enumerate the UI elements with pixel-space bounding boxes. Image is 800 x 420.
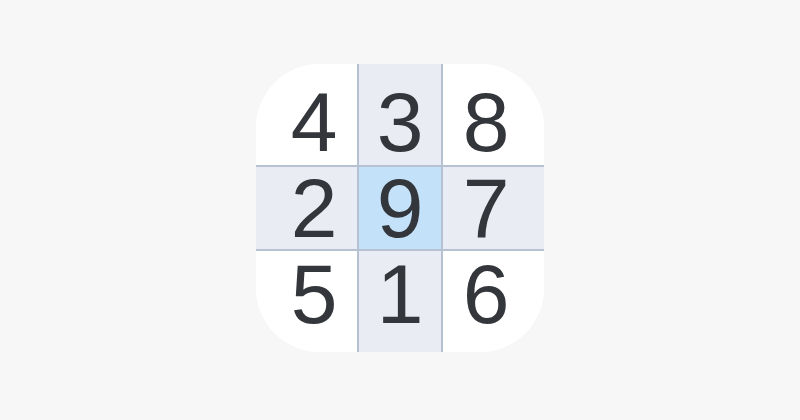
cell-digit: 9 [377,166,424,250]
cell-digit: 2 [291,166,338,250]
sudoku-cell-r0c1: 3 [357,64,443,165]
sudoku-grid: 438297516 [256,64,544,352]
cell-digit: 1 [377,252,424,336]
cell-digit: 8 [463,80,510,164]
sudoku-cell-r0c0: 4 [256,64,357,165]
sudoku-cell-r1c0: 2 [256,165,357,251]
sudoku-app-icon[interactable]: 438297516 [256,64,544,352]
sudoku-cell-r1c2: 7 [443,165,544,251]
cell-digit: 3 [377,80,424,164]
cell-digit: 4 [291,80,338,164]
sudoku-cell-r1c1-selected: 9 [357,165,443,251]
cell-digit: 7 [463,166,510,250]
cell-digit: 5 [291,252,338,336]
cell-digit: 6 [463,252,510,336]
sudoku-cell-r2c2: 6 [443,251,544,352]
sudoku-cell-r2c1: 1 [357,251,443,352]
sudoku-cell-r2c0: 5 [256,251,357,352]
sudoku-cell-r0c2: 8 [443,64,544,165]
